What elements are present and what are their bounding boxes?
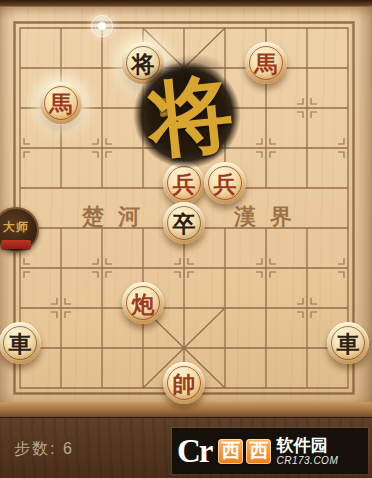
watermark-tile-2: 西 bbox=[246, 439, 271, 464]
board-front-edge bbox=[0, 402, 372, 417]
river-label-right: 漢界 bbox=[234, 202, 306, 232]
piece-red-soldier-left[interactable]: 兵 bbox=[163, 162, 205, 204]
watermark-suffix: 软件园 bbox=[276, 436, 327, 456]
steps-label: 步数: bbox=[14, 440, 56, 457]
piece-black-chariot-left[interactable]: 車 bbox=[0, 322, 41, 364]
watermark: Cr 西 西 软件园 CR173.COM bbox=[172, 428, 368, 474]
status-bar: 步数: 6 Cr 西 西 软件园 CR173.COM bbox=[0, 417, 372, 478]
piece-black-chariot-right[interactable]: 車 bbox=[327, 322, 369, 364]
player-rank-label: 大师 bbox=[3, 219, 29, 236]
piece-black-general[interactable]: 将 bbox=[122, 42, 164, 84]
last-move-origin-marker bbox=[96, 20, 108, 32]
piece-red-horse-right[interactable]: 馬 bbox=[245, 42, 287, 84]
steps-value: 6 bbox=[63, 440, 74, 457]
watermark-text-block: 软件园 CR173.COM bbox=[276, 436, 338, 466]
step-counter: 步数: 6 bbox=[14, 439, 74, 460]
watermark-logo: Cr bbox=[177, 435, 211, 468]
piece-black-soldier[interactable]: 卒 bbox=[163, 202, 205, 244]
piece-red-cannon[interactable]: 炮 bbox=[122, 282, 164, 324]
game-screen: 楚河 漢界 将馬馬兵兵卒炮車車帥 将 大师 步数: 6 Cr 西 西 软件园 C… bbox=[0, 0, 372, 478]
piece-red-horse-left[interactable]: 馬 bbox=[40, 82, 82, 124]
piece-red-general[interactable]: 帥 bbox=[163, 362, 205, 404]
player-rank-ribbon bbox=[1, 240, 31, 249]
piece-red-soldier-right[interactable]: 兵 bbox=[204, 162, 246, 204]
table-edge-top bbox=[0, 0, 372, 7]
watermark-domain: CR173.COM bbox=[276, 456, 338, 466]
river-label-left: 楚河 bbox=[82, 202, 154, 232]
watermark-tile-1: 西 bbox=[218, 439, 243, 464]
